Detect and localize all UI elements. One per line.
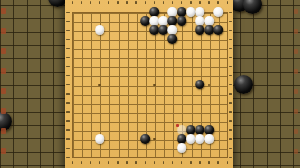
bottom-coordinate-tick (181, 161, 182, 164)
board-cell[interactable] (77, 144, 86, 153)
bottom-coordinate-tick (90, 161, 91, 164)
board-cell[interactable] (132, 89, 141, 98)
board-cell[interactable] (77, 44, 86, 53)
board-cell[interactable] (150, 35, 159, 44)
left-coordinate-tick (66, 148, 69, 149)
board-cell[interactable] (141, 44, 150, 53)
board-cell[interactable] (195, 44, 204, 53)
board-cell[interactable] (77, 107, 86, 116)
board-cell[interactable] (186, 144, 195, 153)
board-cell[interactable] (204, 144, 213, 153)
board-cell[interactable] (150, 53, 159, 62)
board-cell[interactable] (177, 53, 186, 62)
board-cell[interactable] (159, 26, 168, 35)
board-cell[interactable] (95, 144, 104, 153)
board-cell[interactable] (168, 135, 177, 144)
board-cell[interactable] (159, 135, 168, 144)
board-cell[interactable] (168, 71, 177, 80)
board-cell[interactable] (150, 144, 159, 153)
top-coordinate-tick (163, 1, 164, 4)
board-cell[interactable] (195, 53, 204, 62)
board-cell[interactable] (113, 8, 122, 17)
board-cell[interactable] (122, 44, 131, 53)
board-cell[interactable] (122, 125, 131, 134)
board-cell[interactable] (104, 98, 113, 107)
board-cell[interactable] (95, 89, 104, 98)
board-cell[interactable] (132, 107, 141, 116)
board-cell[interactable] (195, 62, 204, 71)
background-left-coordinate-mark (1, 88, 6, 94)
board-cell[interactable] (204, 35, 213, 44)
bottom-coordinate-tick (117, 161, 118, 164)
board-cell[interactable] (132, 80, 141, 89)
board-cell[interactable] (177, 89, 186, 98)
board-cell[interactable] (150, 80, 159, 89)
board-cell[interactable] (86, 107, 95, 116)
left-coordinate-tick (66, 21, 69, 22)
background-right-coordinate-mark (294, 89, 298, 94)
top-coordinate-tick (135, 1, 136, 4)
board-cell[interactable] (177, 80, 186, 89)
board-cell[interactable] (113, 80, 122, 89)
board-cell[interactable] (177, 26, 186, 35)
board-cell[interactable] (77, 35, 86, 44)
board-cell[interactable] (141, 107, 150, 116)
board-cell[interactable] (204, 62, 213, 71)
board-cell[interactable] (177, 71, 186, 80)
board-cell[interactable] (141, 89, 150, 98)
background-black-stone (48, 0, 67, 7)
board-cell[interactable] (113, 116, 122, 125)
board-cell[interactable] (159, 44, 168, 53)
bottom-coordinate-tick (108, 161, 109, 164)
bottom-coordinate-tick (227, 161, 228, 164)
background-left-coordinate-mark (1, 108, 6, 114)
board-cell[interactable] (150, 62, 159, 71)
board-cell[interactable] (86, 62, 95, 71)
board-cell[interactable] (132, 125, 141, 134)
board-cell[interactable] (195, 35, 204, 44)
board-cell[interactable] (86, 89, 95, 98)
board-cell[interactable] (86, 53, 95, 62)
board-cell[interactable] (150, 125, 159, 134)
board-cell[interactable] (141, 71, 150, 80)
board-cell[interactable] (77, 71, 86, 80)
board-cell[interactable] (122, 116, 131, 125)
board-cell[interactable] (150, 107, 159, 116)
right-coordinate-tick (229, 30, 232, 31)
white-stone (177, 143, 187, 153)
board-cell[interactable] (159, 53, 168, 62)
board-cell[interactable] (77, 89, 86, 98)
board-cell[interactable] (86, 144, 95, 153)
background-right-coordinate-mark (294, 69, 298, 74)
background-black-stone (243, 0, 262, 14)
board-cell[interactable] (177, 144, 186, 153)
board-cell[interactable] (95, 116, 104, 125)
board-cell[interactable] (204, 98, 213, 107)
background-left-coordinate-mark (1, 128, 6, 134)
board-cell[interactable] (77, 62, 86, 71)
board-cell[interactable] (104, 107, 113, 116)
white-stone (95, 134, 105, 144)
board-cell[interactable] (77, 17, 86, 26)
board-cell[interactable] (113, 144, 122, 153)
board-cell[interactable] (141, 53, 150, 62)
background-left-coordinate-mark (1, 8, 6, 14)
board-cell[interactable] (186, 80, 195, 89)
board-cell[interactable] (122, 71, 131, 80)
board-cell[interactable] (141, 135, 150, 144)
left-coordinate-tick (66, 93, 69, 94)
board-cell[interactable] (204, 80, 213, 89)
board-cell[interactable] (113, 89, 122, 98)
board-cell[interactable] (150, 116, 159, 125)
board-cell[interactable] (195, 98, 204, 107)
board-cell[interactable] (95, 135, 104, 144)
left-coordinate-tick (66, 12, 69, 13)
right-coordinate-tick (229, 148, 232, 149)
background-right-coordinate-mark (294, 109, 298, 114)
board-cell[interactable] (213, 125, 222, 134)
board-cell[interactable] (150, 26, 159, 35)
board-cell[interactable] (104, 71, 113, 80)
board-cell[interactable] (132, 35, 141, 44)
right-coordinate-tick (229, 129, 232, 130)
board-cell[interactable] (204, 71, 213, 80)
board-cell[interactable] (86, 71, 95, 80)
board-cell[interactable] (177, 98, 186, 107)
board-cell[interactable] (132, 17, 141, 26)
board-cell[interactable] (86, 80, 95, 89)
board-cell[interactable] (204, 44, 213, 53)
board-cell[interactable] (186, 26, 195, 35)
board-cell[interactable] (141, 35, 150, 44)
board-cell[interactable] (141, 98, 150, 107)
board-cell[interactable] (122, 80, 131, 89)
board-cell[interactable] (150, 89, 159, 98)
board-cell[interactable] (177, 44, 186, 53)
board-cell[interactable] (122, 35, 131, 44)
background-right-coordinate-mark (294, 129, 298, 134)
board-cell[interactable] (168, 98, 177, 107)
board-cell[interactable] (77, 80, 86, 89)
board-cell[interactable] (150, 71, 159, 80)
board-cell[interactable] (132, 116, 141, 125)
board-cell[interactable] (95, 98, 104, 107)
board-cell[interactable] (132, 135, 141, 144)
board-cell[interactable] (213, 53, 222, 62)
board-cell[interactable] (177, 107, 186, 116)
right-coordinate-tick (229, 48, 232, 49)
board-cell[interactable] (213, 144, 222, 153)
board-cell[interactable] (204, 26, 213, 35)
board-cell[interactable] (104, 116, 113, 125)
board-cell[interactable] (204, 53, 213, 62)
board-cell[interactable] (150, 98, 159, 107)
board-cell[interactable] (132, 98, 141, 107)
board-cell[interactable] (132, 44, 141, 53)
board-cell[interactable] (122, 17, 131, 26)
board-cell[interactable] (86, 17, 95, 26)
board-cell[interactable] (213, 26, 222, 35)
board-cell[interactable] (122, 8, 131, 17)
board-cell[interactable] (95, 107, 104, 116)
board-cell[interactable] (77, 98, 86, 107)
board-cell[interactable] (132, 8, 141, 17)
board-cell[interactable] (141, 62, 150, 71)
board-cell[interactable] (132, 144, 141, 153)
board-cell[interactable] (122, 89, 131, 98)
board-cell[interactable] (150, 44, 159, 53)
board-cell[interactable] (122, 26, 131, 35)
left-coordinate-tick (66, 120, 69, 121)
board-cell[interactable] (159, 62, 168, 71)
board-cell[interactable] (168, 107, 177, 116)
board-cell[interactable] (104, 125, 113, 134)
board-cell[interactable] (122, 144, 131, 153)
board-cell[interactable] (213, 62, 222, 71)
black-stone (195, 80, 205, 90)
board-cell[interactable] (159, 144, 168, 153)
board-cell[interactable] (95, 44, 104, 53)
board-cell[interactable] (86, 116, 95, 125)
board-cell[interactable] (186, 135, 195, 144)
board-cell[interactable] (104, 17, 113, 26)
board-cell[interactable] (95, 35, 104, 44)
board-cell[interactable] (159, 35, 168, 44)
board-intersection-grid[interactable] (68, 8, 232, 162)
board-cell[interactable] (113, 44, 122, 53)
board-cell[interactable] (186, 98, 195, 107)
right-coordinate-tick (229, 21, 232, 22)
board-cell[interactable] (113, 125, 122, 134)
board-cell[interactable] (113, 98, 122, 107)
board-cell[interactable] (86, 44, 95, 53)
board-cell[interactable] (159, 107, 168, 116)
red-move-marker (176, 124, 179, 127)
board-cell[interactable] (122, 62, 131, 71)
board-cell[interactable] (86, 35, 95, 44)
board-cell[interactable] (159, 71, 168, 80)
board-cell[interactable] (168, 53, 177, 62)
board-cell[interactable] (104, 44, 113, 53)
board-cell[interactable] (213, 98, 222, 107)
board-cell[interactable] (213, 135, 222, 144)
bottom-coordinate-tick (199, 161, 200, 164)
board-cell[interactable] (195, 107, 204, 116)
board-cell[interactable] (213, 89, 222, 98)
board-cell[interactable] (95, 62, 104, 71)
top-coordinate-tick (145, 1, 146, 4)
board-cell[interactable] (77, 125, 86, 134)
board-cell[interactable] (132, 26, 141, 35)
left-coordinate-tick (66, 102, 69, 103)
board-cell[interactable] (141, 80, 150, 89)
right-coordinate-tick (229, 93, 232, 94)
board-cell[interactable] (95, 53, 104, 62)
top-coordinate-tick (90, 1, 91, 4)
board-cell[interactable] (213, 107, 222, 116)
board-cell[interactable] (122, 135, 131, 144)
board-cell[interactable] (77, 135, 86, 144)
board-cell[interactable] (141, 26, 150, 35)
black-stone (213, 25, 223, 35)
board-cell[interactable] (186, 44, 195, 53)
board-cell[interactable] (141, 116, 150, 125)
board-cell[interactable] (86, 135, 95, 144)
board-cell[interactable] (113, 53, 122, 62)
board-cell[interactable] (159, 89, 168, 98)
board-cell[interactable] (86, 125, 95, 134)
background-black-stone (234, 75, 253, 94)
board-cell[interactable] (177, 35, 186, 44)
right-coordinate-tick (229, 12, 232, 13)
background-right-coordinate-mark (294, 9, 298, 14)
left-coordinate-tick (66, 157, 69, 158)
right-coordinate-tick (229, 111, 232, 112)
board-cell[interactable] (186, 107, 195, 116)
board-cell[interactable] (186, 17, 195, 26)
board-cell[interactable] (77, 8, 86, 17)
board-cell[interactable] (204, 135, 213, 144)
bottom-coordinate-tick (154, 161, 155, 164)
board-cell[interactable] (186, 53, 195, 62)
board-cell[interactable] (213, 44, 222, 53)
board-cell[interactable] (213, 80, 222, 89)
top-coordinate-tick (199, 1, 200, 4)
board-cell[interactable] (186, 89, 195, 98)
board-cell[interactable] (159, 80, 168, 89)
board-cell[interactable] (113, 71, 122, 80)
go-board[interactable] (65, 0, 233, 168)
board-cell[interactable] (213, 116, 222, 125)
board-cell[interactable] (104, 26, 113, 35)
board-cell[interactable] (141, 17, 150, 26)
board-cell[interactable] (77, 26, 86, 35)
board-cell[interactable] (159, 116, 168, 125)
top-coordinate-tick (190, 1, 191, 4)
board-cell[interactable] (168, 144, 177, 153)
board-cell[interactable] (113, 135, 122, 144)
board-cell[interactable] (168, 89, 177, 98)
board-cell[interactable] (150, 135, 159, 144)
board-cell[interactable] (168, 35, 177, 44)
board-cell[interactable] (186, 62, 195, 71)
top-coordinate-tick (172, 1, 173, 4)
top-coordinate-tick (81, 1, 82, 4)
board-cell[interactable] (104, 62, 113, 71)
board-cell[interactable] (104, 8, 113, 17)
background-left-coordinate-mark (1, 28, 6, 34)
left-coordinate-tick (66, 30, 69, 31)
board-cell[interactable] (77, 116, 86, 125)
top-coordinate-tick (126, 1, 127, 4)
top-coordinate-tick (227, 1, 228, 4)
board-cell[interactable] (159, 98, 168, 107)
board-cell[interactable] (104, 135, 113, 144)
board-cell[interactable] (113, 107, 122, 116)
board-cell[interactable] (204, 107, 213, 116)
board-cell[interactable] (177, 17, 186, 26)
right-coordinate-tick (229, 138, 232, 139)
background-right-coordinate-mark (294, 149, 298, 154)
board-cell[interactable] (195, 135, 204, 144)
bottom-coordinate-tick (190, 161, 191, 164)
board-cell[interactable] (132, 62, 141, 71)
board-cell[interactable] (122, 53, 131, 62)
right-coordinate-tick (229, 39, 232, 40)
board-cell[interactable] (195, 89, 204, 98)
bottom-coordinate-tick (126, 161, 127, 164)
board-cell[interactable] (95, 26, 104, 35)
white-stone (95, 25, 105, 35)
board-cell[interactable] (186, 35, 195, 44)
board-cell[interactable] (86, 26, 95, 35)
board-cell[interactable] (213, 71, 222, 80)
board-cell[interactable] (77, 53, 86, 62)
board-cell[interactable] (195, 144, 204, 153)
background-left-coordinate-mark (1, 148, 6, 154)
board-cell[interactable] (213, 8, 222, 17)
board-cell[interactable] (195, 26, 204, 35)
board-cell[interactable] (122, 107, 131, 116)
board-cell[interactable] (168, 62, 177, 71)
board-cell[interactable] (86, 98, 95, 107)
background-right-coordinate-mark (294, 49, 298, 54)
board-cell[interactable] (213, 35, 222, 44)
background-right-coordinate-mark (294, 29, 298, 34)
top-coordinate-tick (208, 1, 209, 4)
board-cell[interactable] (95, 8, 104, 17)
board-cell[interactable] (186, 8, 195, 17)
board-cell[interactable] (132, 53, 141, 62)
board-cell[interactable] (141, 144, 150, 153)
board-cell[interactable] (86, 8, 95, 17)
board-cell[interactable] (168, 44, 177, 53)
board-cell[interactable] (104, 53, 113, 62)
board-cell[interactable] (104, 89, 113, 98)
board-cell[interactable] (132, 71, 141, 80)
board-cell[interactable] (113, 35, 122, 44)
left-coordinate-tick (66, 129, 69, 130)
board-cell[interactable] (95, 80, 104, 89)
bottom-coordinate-tick (72, 161, 73, 164)
bottom-coordinate-tick (208, 161, 209, 164)
board-cell[interactable] (122, 98, 131, 107)
board-cell[interactable] (113, 26, 122, 35)
board-cell[interactable] (186, 71, 195, 80)
board-cell[interactable] (113, 62, 122, 71)
board-cell[interactable] (177, 62, 186, 71)
board-cell[interactable] (159, 125, 168, 134)
board-cell[interactable] (168, 80, 177, 89)
top-coordinate-tick (154, 1, 155, 4)
board-cell[interactable] (95, 71, 104, 80)
board-cell[interactable] (104, 80, 113, 89)
right-coordinate-tick (229, 102, 232, 103)
left-coordinate-tick (66, 39, 69, 40)
bottom-coordinate-tick (99, 161, 100, 164)
board-cell[interactable] (104, 35, 113, 44)
left-coordinate-tick (66, 48, 69, 49)
board-cell[interactable] (195, 80, 204, 89)
board-cell[interactable] (104, 144, 113, 153)
bottom-coordinate-tick (81, 161, 82, 164)
top-coordinate-tick (108, 1, 109, 4)
board-cell[interactable] (204, 89, 213, 98)
board-cell[interactable] (113, 17, 122, 26)
